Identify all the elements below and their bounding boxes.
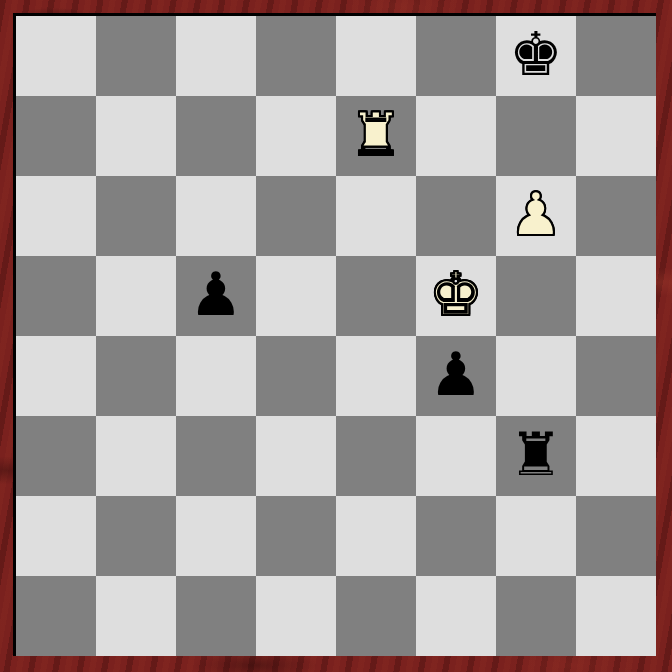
square-c6[interactable] bbox=[176, 176, 256, 256]
square-d1[interactable] bbox=[256, 576, 336, 656]
square-f2[interactable] bbox=[416, 496, 496, 576]
square-g1[interactable] bbox=[496, 576, 576, 656]
black-pawn-icon[interactable]: ♟ bbox=[429, 344, 483, 404]
square-d8[interactable] bbox=[256, 16, 336, 96]
square-a8[interactable] bbox=[16, 16, 96, 96]
square-f4[interactable]: ♟ bbox=[416, 336, 496, 416]
square-f7[interactable] bbox=[416, 96, 496, 176]
square-a6[interactable] bbox=[16, 176, 96, 256]
square-e1[interactable] bbox=[336, 576, 416, 656]
black-pawn-icon[interactable]: ♟ bbox=[189, 264, 243, 324]
square-h1[interactable] bbox=[576, 576, 656, 656]
square-b6[interactable] bbox=[96, 176, 176, 256]
board-frame: ♚♜♟♟♚♟♜ bbox=[0, 0, 672, 672]
square-g3[interactable]: ♜ bbox=[496, 416, 576, 496]
square-b5[interactable] bbox=[96, 256, 176, 336]
square-h6[interactable] bbox=[576, 176, 656, 256]
square-h2[interactable] bbox=[576, 496, 656, 576]
square-g7[interactable] bbox=[496, 96, 576, 176]
square-c5[interactable]: ♟ bbox=[176, 256, 256, 336]
square-e8[interactable] bbox=[336, 16, 416, 96]
square-a3[interactable] bbox=[16, 416, 96, 496]
square-g2[interactable] bbox=[496, 496, 576, 576]
square-e4[interactable] bbox=[336, 336, 416, 416]
square-b1[interactable] bbox=[96, 576, 176, 656]
square-c8[interactable] bbox=[176, 16, 256, 96]
square-g8[interactable]: ♚ bbox=[496, 16, 576, 96]
white-pawn-icon[interactable]: ♟ bbox=[509, 184, 563, 244]
square-e5[interactable] bbox=[336, 256, 416, 336]
white-rook-icon[interactable]: ♜ bbox=[349, 104, 403, 164]
white-king-icon[interactable]: ♚ bbox=[429, 264, 483, 324]
square-d2[interactable] bbox=[256, 496, 336, 576]
square-h4[interactable] bbox=[576, 336, 656, 416]
square-g6[interactable]: ♟ bbox=[496, 176, 576, 256]
square-f6[interactable] bbox=[416, 176, 496, 256]
square-h3[interactable] bbox=[576, 416, 656, 496]
square-c4[interactable] bbox=[176, 336, 256, 416]
black-rook-icon[interactable]: ♜ bbox=[509, 424, 563, 484]
square-b4[interactable] bbox=[96, 336, 176, 416]
square-a2[interactable] bbox=[16, 496, 96, 576]
square-d6[interactable] bbox=[256, 176, 336, 256]
square-c2[interactable] bbox=[176, 496, 256, 576]
square-f8[interactable] bbox=[416, 16, 496, 96]
square-e3[interactable] bbox=[336, 416, 416, 496]
square-a7[interactable] bbox=[16, 96, 96, 176]
square-a4[interactable] bbox=[16, 336, 96, 416]
square-f3[interactable] bbox=[416, 416, 496, 496]
square-c7[interactable] bbox=[176, 96, 256, 176]
square-e7[interactable]: ♜ bbox=[336, 96, 416, 176]
square-a5[interactable] bbox=[16, 256, 96, 336]
square-c3[interactable] bbox=[176, 416, 256, 496]
square-h8[interactable] bbox=[576, 16, 656, 96]
black-king-icon[interactable]: ♚ bbox=[509, 24, 563, 84]
square-a1[interactable] bbox=[16, 576, 96, 656]
square-b8[interactable] bbox=[96, 16, 176, 96]
square-b2[interactable] bbox=[96, 496, 176, 576]
square-b7[interactable] bbox=[96, 96, 176, 176]
square-d4[interactable] bbox=[256, 336, 336, 416]
square-g4[interactable] bbox=[496, 336, 576, 416]
square-f5[interactable]: ♚ bbox=[416, 256, 496, 336]
square-e2[interactable] bbox=[336, 496, 416, 576]
square-g5[interactable] bbox=[496, 256, 576, 336]
square-h7[interactable] bbox=[576, 96, 656, 176]
square-d5[interactable] bbox=[256, 256, 336, 336]
square-h5[interactable] bbox=[576, 256, 656, 336]
square-e6[interactable] bbox=[336, 176, 416, 256]
square-f1[interactable] bbox=[416, 576, 496, 656]
chess-board: ♚♜♟♟♚♟♜ bbox=[13, 13, 656, 656]
square-c1[interactable] bbox=[176, 576, 256, 656]
square-d7[interactable] bbox=[256, 96, 336, 176]
square-d3[interactable] bbox=[256, 416, 336, 496]
square-b3[interactable] bbox=[96, 416, 176, 496]
